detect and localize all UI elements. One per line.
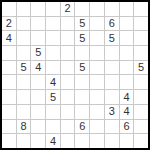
empty-cell-r3c7[interactable] — [90, 31, 104, 45]
empty-cell-r1c2[interactable] — [17, 2, 31, 16]
empty-cell-r10c3[interactable] — [31, 134, 45, 148]
empty-cell-r8c1[interactable] — [2, 105, 16, 119]
empty-cell-r7c1[interactable] — [2, 90, 16, 104]
empty-cell-r6c8[interactable] — [105, 75, 119, 89]
clue-cell-r2c1: 2 — [2, 17, 16, 31]
clue-cell-r5c6: 5 — [75, 61, 89, 75]
empty-cell-r9c5[interactable] — [61, 120, 75, 134]
clue-cell-r8c8: 3 — [105, 105, 119, 119]
empty-cell-r6c6[interactable] — [75, 75, 89, 89]
clue-cell-r9c2: 8 — [17, 120, 31, 134]
empty-cell-r5c9[interactable] — [120, 61, 134, 75]
empty-cell-r5c7[interactable] — [90, 61, 104, 75]
clue-cell-r2c6: 5 — [75, 17, 89, 31]
clue-cell-r1c5: 2 — [61, 2, 75, 16]
clue-cell-r10c4: 4 — [46, 134, 60, 148]
empty-cell-r6c1[interactable] — [2, 75, 16, 89]
empty-cell-r9c3[interactable] — [31, 120, 45, 134]
empty-cell-r6c5[interactable] — [61, 75, 75, 89]
clue-cell-r9c6: 6 — [75, 120, 89, 134]
empty-cell-r4c5[interactable] — [61, 46, 75, 60]
clue-cell-r5c2: 5 — [17, 61, 31, 75]
empty-cell-r6c7[interactable] — [90, 75, 104, 89]
empty-cell-r1c8[interactable] — [105, 2, 119, 16]
empty-cell-r4c10[interactable] — [134, 46, 148, 60]
empty-cell-r10c10[interactable] — [134, 134, 148, 148]
empty-cell-r6c3[interactable] — [31, 75, 45, 89]
empty-cell-r3c4[interactable] — [46, 31, 60, 45]
empty-cell-r10c2[interactable] — [17, 134, 31, 148]
empty-cell-r2c5[interactable] — [61, 17, 75, 31]
empty-cell-r10c9[interactable] — [120, 134, 134, 148]
clue-cell-r4c3: 5 — [31, 46, 45, 60]
empty-cell-r4c7[interactable] — [90, 46, 104, 60]
clue-cell-r3c1: 4 — [2, 31, 16, 45]
empty-cell-r5c4[interactable] — [46, 61, 60, 75]
empty-cell-r10c1[interactable] — [2, 134, 16, 148]
empty-cell-r2c3[interactable] — [31, 17, 45, 31]
empty-cell-r2c10[interactable] — [134, 17, 148, 31]
empty-cell-r3c3[interactable] — [31, 31, 45, 45]
empty-cell-r4c9[interactable] — [120, 46, 134, 60]
empty-cell-r2c9[interactable] — [120, 17, 134, 31]
empty-cell-r3c5[interactable] — [61, 31, 75, 45]
empty-cell-r1c9[interactable] — [120, 2, 134, 16]
empty-cell-r3c9[interactable] — [120, 31, 134, 45]
empty-cell-r8c3[interactable] — [31, 105, 45, 119]
empty-cell-r5c1[interactable] — [2, 61, 16, 75]
empty-cell-r1c4[interactable] — [46, 2, 60, 16]
empty-cell-r7c2[interactable] — [17, 90, 31, 104]
empty-cell-r4c4[interactable] — [46, 46, 60, 60]
empty-cell-r7c3[interactable] — [31, 90, 45, 104]
empty-cell-r5c5[interactable] — [61, 61, 75, 75]
empty-cell-r2c7[interactable] — [90, 17, 104, 31]
empty-cell-r2c2[interactable] — [17, 17, 31, 31]
empty-cell-r7c6[interactable] — [75, 90, 89, 104]
clue-cell-r8c9: 4 — [120, 105, 134, 119]
empty-cell-r10c8[interactable] — [105, 134, 119, 148]
empty-cell-r2c4[interactable] — [46, 17, 60, 31]
empty-cell-r1c7[interactable] — [90, 2, 104, 16]
clue-cell-r7c9: 4 — [120, 90, 134, 104]
puzzle-board: 225645555455454348664 — [0, 0, 150, 150]
empty-cell-r8c2[interactable] — [17, 105, 31, 119]
empty-cell-r7c8[interactable] — [105, 90, 119, 104]
clue-cell-r5c3: 4 — [31, 61, 45, 75]
empty-cell-r4c1[interactable] — [2, 46, 16, 60]
empty-cell-r8c4[interactable] — [46, 105, 60, 119]
empty-cell-r9c10[interactable] — [134, 120, 148, 134]
empty-cell-r4c8[interactable] — [105, 46, 119, 60]
empty-cell-r10c5[interactable] — [61, 134, 75, 148]
empty-cell-r7c5[interactable] — [61, 90, 75, 104]
empty-cell-r3c2[interactable] — [17, 31, 31, 45]
empty-cell-r1c10[interactable] — [134, 2, 148, 16]
empty-cell-r9c7[interactable] — [90, 120, 104, 134]
empty-cell-r6c2[interactable] — [17, 75, 31, 89]
empty-cell-r6c9[interactable] — [120, 75, 134, 89]
empty-cell-r8c7[interactable] — [90, 105, 104, 119]
clue-cell-r6c4: 4 — [46, 75, 60, 89]
empty-cell-r1c3[interactable] — [31, 2, 45, 16]
empty-cell-r9c1[interactable] — [2, 120, 16, 134]
empty-cell-r7c10[interactable] — [134, 90, 148, 104]
clue-cell-r3c8: 5 — [105, 31, 119, 45]
empty-cell-r8c5[interactable] — [61, 105, 75, 119]
empty-cell-r10c7[interactable] — [90, 134, 104, 148]
empty-cell-r1c6[interactable] — [75, 2, 89, 16]
empty-cell-r1c1[interactable] — [2, 2, 16, 16]
empty-cell-r4c2[interactable] — [17, 46, 31, 60]
empty-cell-r8c10[interactable] — [134, 105, 148, 119]
empty-cell-r10c6[interactable] — [75, 134, 89, 148]
empty-cell-r8c6[interactable] — [75, 105, 89, 119]
empty-cell-r7c7[interactable] — [90, 90, 104, 104]
empty-cell-r6c10[interactable] — [134, 75, 148, 89]
empty-cell-r5c8[interactable] — [105, 61, 119, 75]
clue-cell-r2c8: 6 — [105, 17, 119, 31]
empty-cell-r4c6[interactable] — [75, 46, 89, 60]
empty-cell-r3c10[interactable] — [134, 31, 148, 45]
clue-cell-r5c10: 5 — [134, 61, 148, 75]
empty-cell-r9c4[interactable] — [46, 120, 60, 134]
clue-cell-r3c6: 5 — [75, 31, 89, 45]
clue-cell-r7c4: 5 — [46, 90, 60, 104]
empty-cell-r9c8[interactable] — [105, 120, 119, 134]
clue-cell-r9c9: 6 — [120, 120, 134, 134]
